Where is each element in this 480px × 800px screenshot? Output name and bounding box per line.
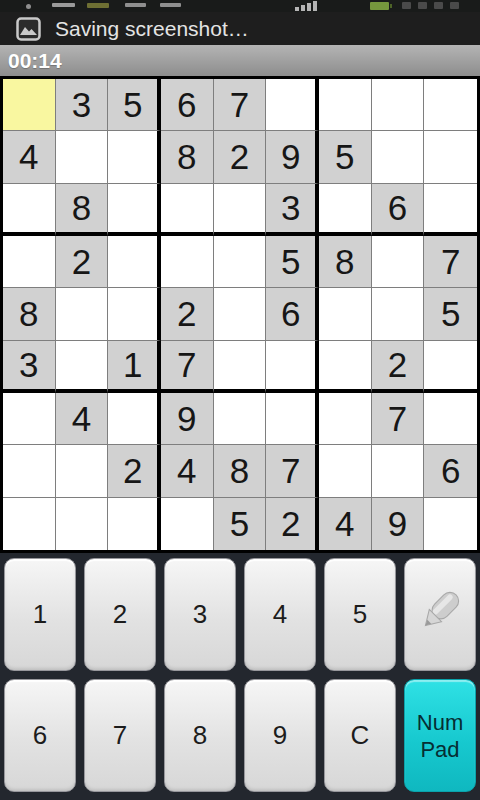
key-2[interactable]: 2 xyxy=(84,558,156,671)
cell-r6c5[interactable] xyxy=(214,341,267,393)
cell-r6c7[interactable] xyxy=(319,341,372,393)
cell-r8c9[interactable]: 6 xyxy=(424,445,477,497)
cell-r1c4[interactable]: 6 xyxy=(161,79,214,131)
cell-r6c1[interactable]: 3 xyxy=(3,341,56,393)
cell-r4c1[interactable] xyxy=(3,236,56,288)
cell-r8c5[interactable]: 8 xyxy=(214,445,267,497)
cell-r8c1[interactable] xyxy=(3,445,56,497)
cell-r9c7[interactable]: 4 xyxy=(319,498,372,550)
cell-r2c4[interactable]: 8 xyxy=(161,131,214,183)
cell-r7c5[interactable] xyxy=(214,393,267,445)
cell-r6c2[interactable] xyxy=(56,341,109,393)
key-8[interactable]: 8 xyxy=(164,679,236,792)
cell-r2c7[interactable]: 5 xyxy=(319,131,372,183)
keypad: 1 2 3 4 5 6 7 xyxy=(0,553,480,800)
notification-bar[interactable]: Saving screenshot… xyxy=(0,12,480,45)
key-3[interactable]: 3 xyxy=(164,558,236,671)
cell-r7c8[interactable]: 7 xyxy=(372,393,425,445)
cell-r3c5[interactable] xyxy=(214,184,267,236)
cell-r9c9[interactable] xyxy=(424,498,477,550)
cell-r9c1[interactable] xyxy=(3,498,56,550)
cell-r4c4[interactable] xyxy=(161,236,214,288)
cell-r5c7[interactable] xyxy=(319,288,372,340)
cell-r7c7[interactable] xyxy=(319,393,372,445)
cell-r6c8[interactable]: 2 xyxy=(372,341,425,393)
cell-r6c9[interactable] xyxy=(424,341,477,393)
cell-r7c3[interactable] xyxy=(108,393,161,445)
cell-r7c2[interactable]: 4 xyxy=(56,393,109,445)
cell-r7c6[interactable] xyxy=(266,393,319,445)
sudoku-board: 356748295836258782653172497248765249 xyxy=(0,76,480,553)
battery-icon xyxy=(370,2,389,10)
cell-r3c9[interactable] xyxy=(424,184,477,236)
cell-r2c3[interactable] xyxy=(108,131,161,183)
cell-r9c2[interactable] xyxy=(56,498,109,550)
key-6[interactable]: 6 xyxy=(4,679,76,792)
cell-r4c2[interactable]: 2 xyxy=(56,236,109,288)
cell-r4c9[interactable]: 7 xyxy=(424,236,477,288)
cell-r1c6[interactable] xyxy=(266,79,319,131)
numpad-label-line2: Pad xyxy=(420,736,459,763)
numpad-toggle-button[interactable]: Num Pad xyxy=(404,679,476,792)
cell-r9c8[interactable]: 9 xyxy=(372,498,425,550)
cell-r6c6[interactable] xyxy=(266,341,319,393)
key-1[interactable]: 1 xyxy=(4,558,76,671)
key-4[interactable]: 4 xyxy=(244,558,316,671)
cell-r2c9[interactable] xyxy=(424,131,477,183)
cell-r1c7[interactable] xyxy=(319,79,372,131)
cell-r5c1[interactable]: 8 xyxy=(3,288,56,340)
cell-r7c4[interactable]: 9 xyxy=(161,393,214,445)
cell-r4c7[interactable]: 8 xyxy=(319,236,372,288)
keypad-row-1: 1 2 3 4 5 xyxy=(4,558,476,671)
cell-r5c3[interactable] xyxy=(108,288,161,340)
cell-r9c5[interactable]: 5 xyxy=(214,498,267,550)
key-9[interactable]: 9 xyxy=(244,679,316,792)
timer-bar: 00:14 xyxy=(0,45,480,76)
notification-glyph-icon xyxy=(52,3,75,7)
key-clear[interactable]: C xyxy=(324,679,396,792)
cell-r1c1[interactable] xyxy=(3,79,56,131)
cell-r3c3[interactable] xyxy=(108,184,161,236)
cell-r8c2[interactable] xyxy=(56,445,109,497)
cell-r5c5[interactable] xyxy=(214,288,267,340)
pencil-button[interactable] xyxy=(404,558,476,671)
cell-r5c2[interactable] xyxy=(56,288,109,340)
cell-r9c4[interactable] xyxy=(161,498,214,550)
pencil-icon xyxy=(414,585,466,644)
cell-r9c3[interactable] xyxy=(108,498,161,550)
cell-r4c5[interactable] xyxy=(214,236,267,288)
notification-text-remnant xyxy=(87,3,109,8)
cell-r5c4[interactable]: 2 xyxy=(161,288,214,340)
notification-glyph-icon xyxy=(160,3,181,7)
cell-r8c3[interactable]: 2 xyxy=(108,445,161,497)
screenshot-image-icon xyxy=(16,17,41,41)
cell-r3c2[interactable]: 8 xyxy=(56,184,109,236)
cell-r5c6[interactable]: 6 xyxy=(266,288,319,340)
cell-r3c8[interactable]: 6 xyxy=(372,184,425,236)
notification-text: Saving screenshot… xyxy=(55,17,249,41)
signal-bars-icon xyxy=(295,1,321,11)
keypad-row-2: 6 7 8 9 C Num Pad xyxy=(4,679,476,792)
cell-r2c6[interactable]: 9 xyxy=(266,131,319,183)
notification-dot-icon xyxy=(26,4,31,9)
cell-r2c2[interactable] xyxy=(56,131,109,183)
cell-r1c9[interactable] xyxy=(424,79,477,131)
cell-r4c8[interactable] xyxy=(372,236,425,288)
clock-remnant xyxy=(402,2,470,9)
cell-r1c3[interactable]: 5 xyxy=(108,79,161,131)
cell-r4c3[interactable] xyxy=(108,236,161,288)
cell-r8c6[interactable]: 7 xyxy=(266,445,319,497)
cell-r7c9[interactable] xyxy=(424,393,477,445)
key-5[interactable]: 5 xyxy=(324,558,396,671)
cell-r1c2[interactable]: 3 xyxy=(56,79,109,131)
cell-r1c5[interactable]: 7 xyxy=(214,79,267,131)
app-screen: Saving screenshot… 00:14 356748295836258… xyxy=(0,0,480,800)
cell-r2c8[interactable] xyxy=(372,131,425,183)
cell-r3c1[interactable] xyxy=(3,184,56,236)
notification-glyph-icon xyxy=(125,3,146,7)
cell-r6c3[interactable]: 1 xyxy=(108,341,161,393)
cell-r3c6[interactable]: 3 xyxy=(266,184,319,236)
numpad-label-line1: Num xyxy=(417,709,463,736)
cell-r5c9[interactable]: 5 xyxy=(424,288,477,340)
timer-value: 00:14 xyxy=(0,49,62,73)
cell-r4c6[interactable]: 5 xyxy=(266,236,319,288)
android-status-bar xyxy=(0,0,480,12)
cell-r2c5[interactable]: 2 xyxy=(214,131,267,183)
cell-r8c7[interactable] xyxy=(319,445,372,497)
cell-r6c4[interactable]: 7 xyxy=(161,341,214,393)
key-7[interactable]: 7 xyxy=(84,679,156,792)
cell-r9c6[interactable]: 2 xyxy=(266,498,319,550)
cell-r2c1[interactable]: 4 xyxy=(3,131,56,183)
cell-r3c7[interactable] xyxy=(319,184,372,236)
cell-r8c8[interactable] xyxy=(372,445,425,497)
cell-r5c8[interactable] xyxy=(372,288,425,340)
cell-r8c4[interactable]: 4 xyxy=(161,445,214,497)
cell-r1c8[interactable] xyxy=(372,79,425,131)
cell-r7c1[interactable] xyxy=(3,393,56,445)
cell-r3c4[interactable] xyxy=(161,184,214,236)
